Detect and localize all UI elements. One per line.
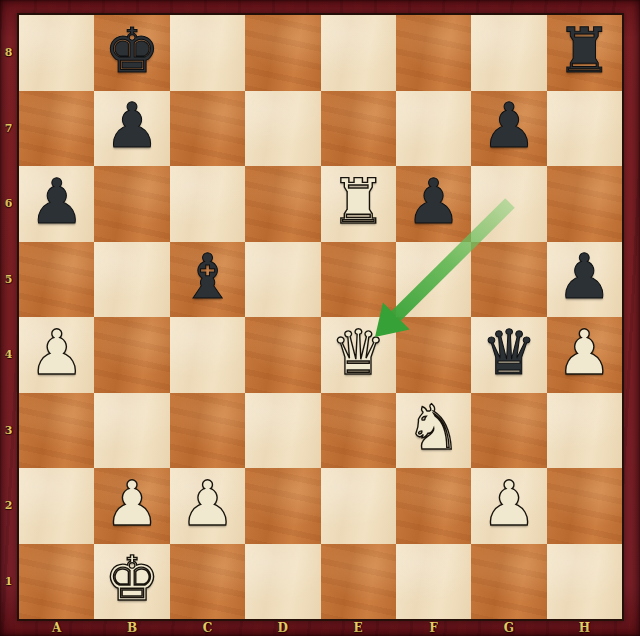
white-pawn-piece[interactable]: ♟ [557, 322, 613, 384]
square-f5[interactable] [396, 242, 471, 318]
file-label-b: B [94, 619, 169, 636]
black-rook-piece[interactable]: ♜ [557, 20, 613, 82]
rank-label-8: 8 [0, 15, 17, 91]
square-e6[interactable]: ♜ [321, 166, 396, 242]
square-g6[interactable] [471, 166, 546, 242]
square-d7[interactable] [245, 91, 320, 167]
square-a8[interactable] [19, 15, 94, 91]
square-c2[interactable]: ♟ [170, 468, 245, 544]
square-c1[interactable] [170, 544, 245, 620]
square-h7[interactable] [547, 91, 622, 167]
square-h6[interactable] [547, 166, 622, 242]
square-d3[interactable] [245, 393, 320, 469]
file-label-h: H [547, 619, 622, 636]
square-b1[interactable]: ♚ [94, 544, 169, 620]
white-rook-piece[interactable]: ♜ [330, 171, 386, 233]
black-pawn-piece[interactable]: ♟ [481, 95, 537, 157]
square-e4[interactable]: ♛ [321, 317, 396, 393]
file-labels: ABCDEFGH [19, 619, 622, 636]
square-g8[interactable] [471, 15, 546, 91]
square-e8[interactable] [321, 15, 396, 91]
square-c4[interactable] [170, 317, 245, 393]
white-knight-piece[interactable]: ♞ [406, 397, 462, 459]
square-a1[interactable] [19, 544, 94, 620]
black-king-piece[interactable]: ♚ [104, 20, 160, 82]
square-f4[interactable] [396, 317, 471, 393]
square-d4[interactable] [245, 317, 320, 393]
black-pawn-piece[interactable]: ♟ [29, 171, 85, 233]
square-b7[interactable]: ♟ [94, 91, 169, 167]
rank-label-1: 1 [0, 544, 17, 620]
square-g3[interactable] [471, 393, 546, 469]
square-c3[interactable] [170, 393, 245, 469]
square-f8[interactable] [396, 15, 471, 91]
black-bishop-piece[interactable]: ♝ [180, 246, 236, 308]
square-b8[interactable]: ♚ [94, 15, 169, 91]
square-d5[interactable] [245, 242, 320, 318]
square-b2[interactable]: ♟ [94, 468, 169, 544]
white-king-piece[interactable]: ♚ [104, 548, 160, 610]
square-b4[interactable] [94, 317, 169, 393]
square-d1[interactable] [245, 544, 320, 620]
white-pawn-piece[interactable]: ♟ [29, 322, 85, 384]
square-a2[interactable] [19, 468, 94, 544]
file-label-a: A [19, 619, 94, 636]
rank-label-4: 4 [0, 317, 17, 393]
file-label-e: E [321, 619, 396, 636]
square-a7[interactable] [19, 91, 94, 167]
square-a5[interactable] [19, 242, 94, 318]
square-a3[interactable] [19, 393, 94, 469]
black-queen-piece[interactable]: ♛ [481, 322, 537, 384]
file-label-g: G [471, 619, 546, 636]
square-c8[interactable] [170, 15, 245, 91]
square-b3[interactable] [94, 393, 169, 469]
file-label-c: C [170, 619, 245, 636]
board-frame: 87654321 ♚♜♟♟♟♜♟♝♟♟♛♛♟♞♟♟♟♚ ABCDEFGH [0, 0, 640, 636]
square-d6[interactable] [245, 166, 320, 242]
white-queen-piece[interactable]: ♛ [330, 322, 386, 384]
square-f7[interactable] [396, 91, 471, 167]
chess-board[interactable]: ♚♜♟♟♟♜♟♝♟♟♛♛♟♞♟♟♟♚ [17, 13, 624, 621]
black-pawn-piece[interactable]: ♟ [104, 95, 160, 157]
rank-label-7: 7 [0, 91, 17, 167]
square-e3[interactable] [321, 393, 396, 469]
square-h3[interactable] [547, 393, 622, 469]
square-h2[interactable] [547, 468, 622, 544]
square-e2[interactable] [321, 468, 396, 544]
square-f2[interactable] [396, 468, 471, 544]
rank-labels: 87654321 [0, 15, 17, 619]
white-pawn-piece[interactable]: ♟ [481, 473, 537, 535]
square-c6[interactable] [170, 166, 245, 242]
square-d8[interactable] [245, 15, 320, 91]
square-g2[interactable]: ♟ [471, 468, 546, 544]
square-g1[interactable] [471, 544, 546, 620]
file-label-d: D [245, 619, 320, 636]
square-e5[interactable] [321, 242, 396, 318]
square-b6[interactable] [94, 166, 169, 242]
rank-label-6: 6 [0, 166, 17, 242]
square-c5[interactable]: ♝ [170, 242, 245, 318]
square-g5[interactable] [471, 242, 546, 318]
square-h4[interactable]: ♟ [547, 317, 622, 393]
square-h1[interactable] [547, 544, 622, 620]
square-a4[interactable]: ♟ [19, 317, 94, 393]
rank-label-3: 3 [0, 393, 17, 469]
square-g7[interactable]: ♟ [471, 91, 546, 167]
square-a6[interactable]: ♟ [19, 166, 94, 242]
white-pawn-piece[interactable]: ♟ [104, 473, 160, 535]
rank-label-2: 2 [0, 468, 17, 544]
square-e7[interactable] [321, 91, 396, 167]
square-f3[interactable]: ♞ [396, 393, 471, 469]
black-pawn-piece[interactable]: ♟ [406, 171, 462, 233]
square-d2[interactable] [245, 468, 320, 544]
black-pawn-piece[interactable]: ♟ [557, 246, 613, 308]
square-f6[interactable]: ♟ [396, 166, 471, 242]
square-h8[interactable]: ♜ [547, 15, 622, 91]
square-g4[interactable]: ♛ [471, 317, 546, 393]
square-e1[interactable] [321, 544, 396, 620]
file-label-f: F [396, 619, 471, 636]
white-pawn-piece[interactable]: ♟ [180, 473, 236, 535]
square-c7[interactable] [170, 91, 245, 167]
rank-label-5: 5 [0, 242, 17, 318]
square-b5[interactable] [94, 242, 169, 318]
square-h5[interactable]: ♟ [547, 242, 622, 318]
square-f1[interactable] [396, 544, 471, 620]
